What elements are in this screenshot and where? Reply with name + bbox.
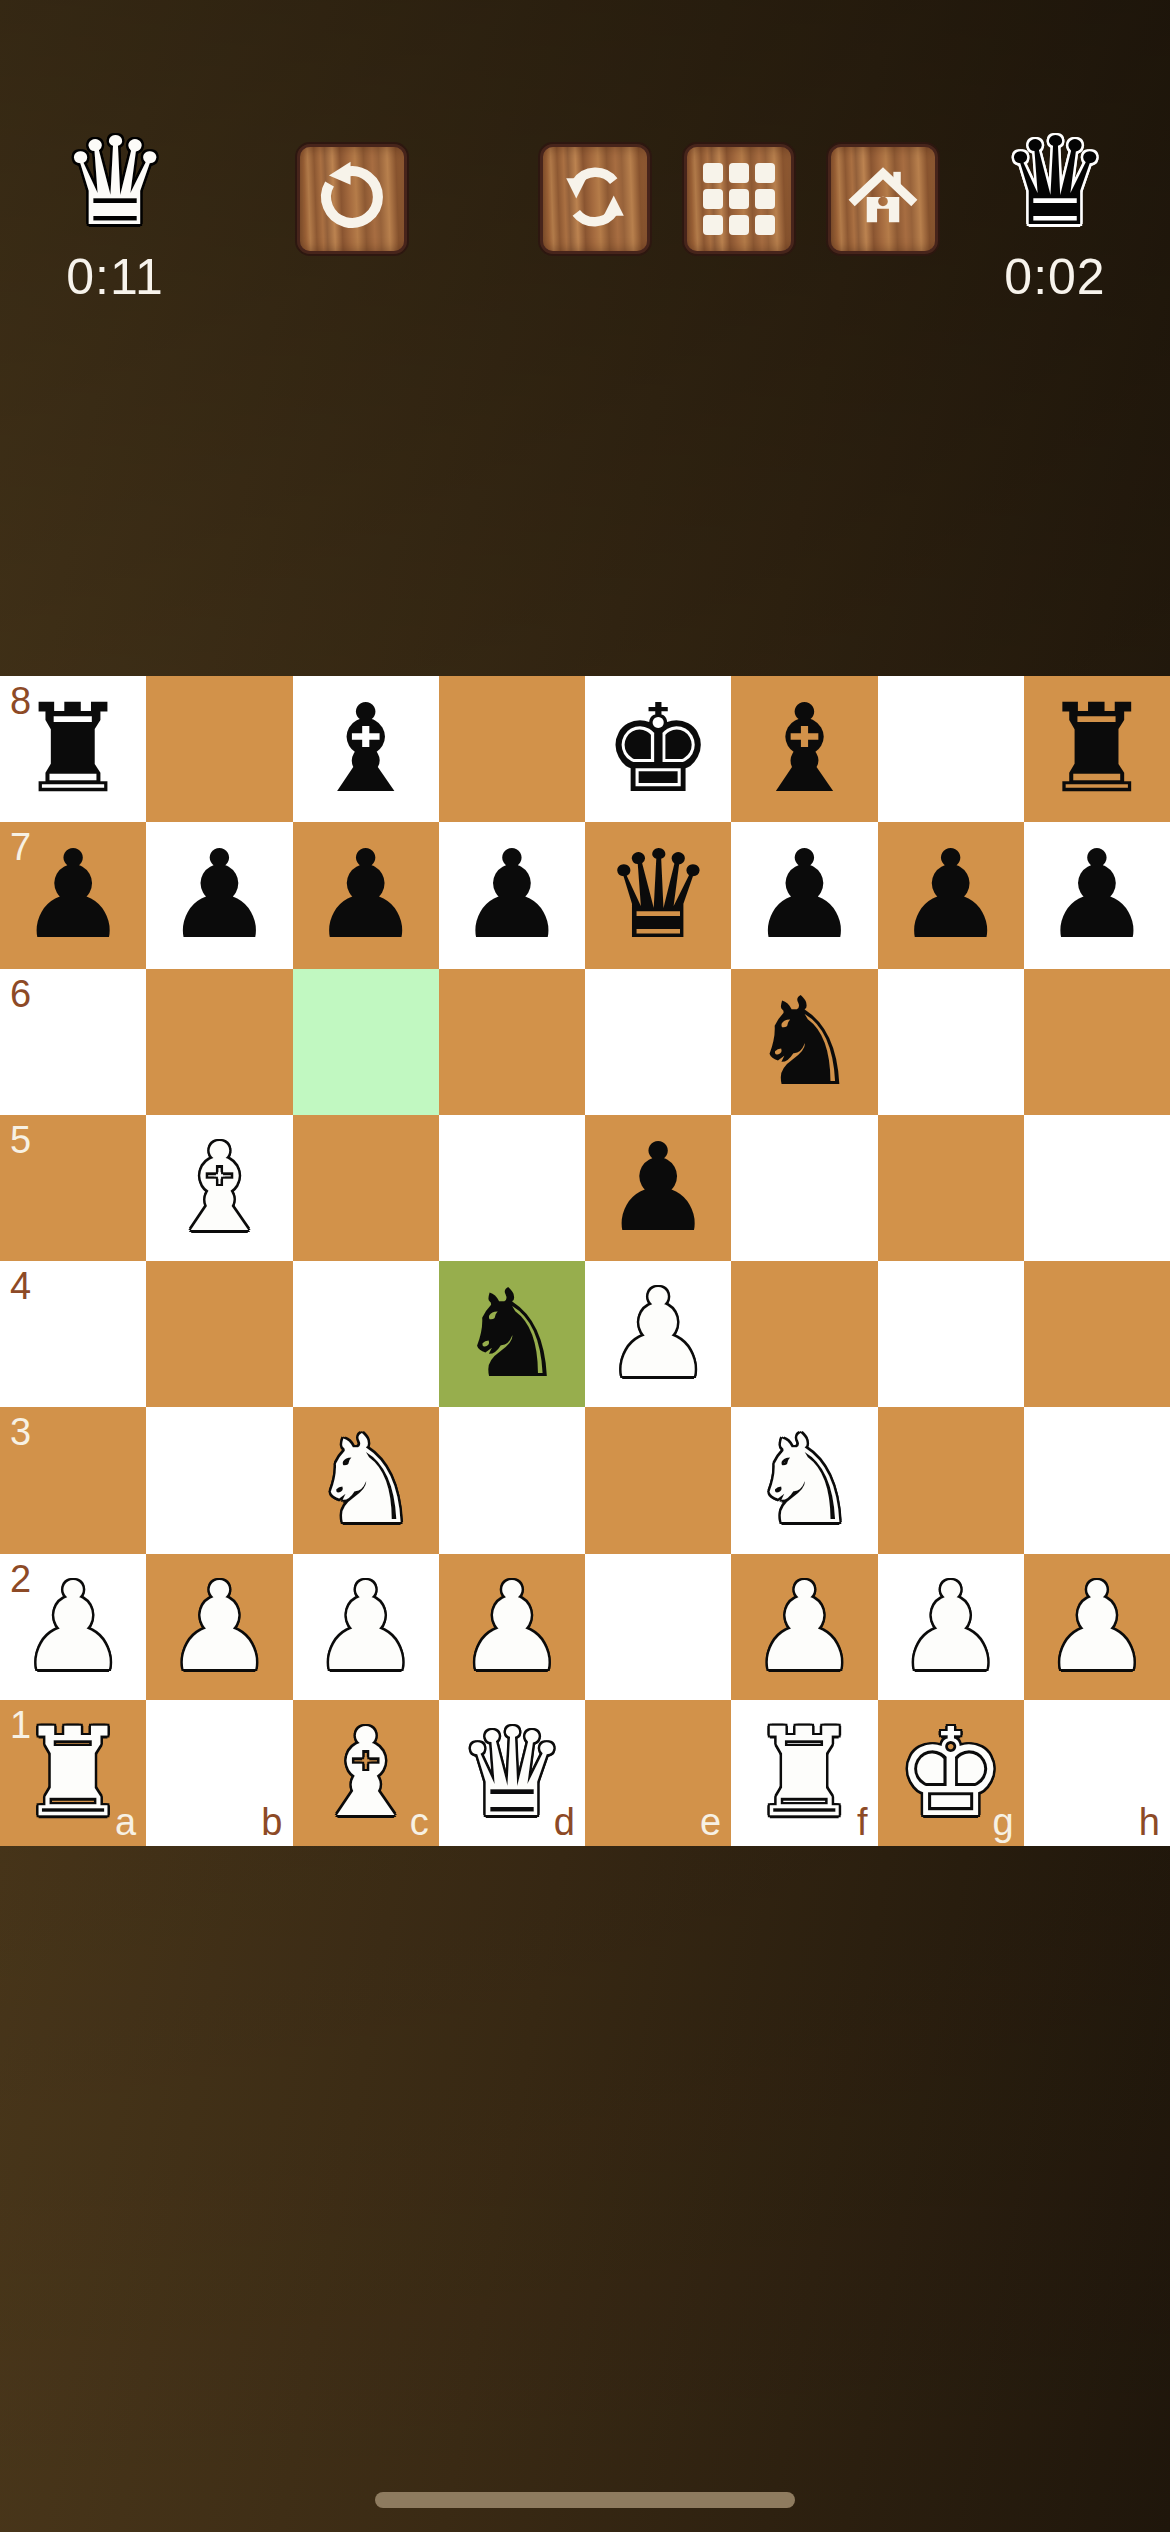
- square-b2[interactable]: ♟: [146, 1554, 292, 1700]
- rotate-ccw-icon: [316, 161, 388, 237]
- grid-button[interactable]: [684, 144, 794, 254]
- white-bishop: ♝: [311, 1712, 420, 1834]
- square-c7[interactable]: ♟: [293, 822, 439, 968]
- home-button[interactable]: [828, 144, 938, 254]
- rank-label-3: 3: [10, 1411, 31, 1454]
- square-c8[interactable]: ♝: [293, 676, 439, 822]
- white-pawn: ♟: [603, 1273, 712, 1395]
- white-clock: 0:11: [30, 248, 200, 306]
- rank-label-2: 2: [10, 1558, 31, 1601]
- rank-label-1: 1: [10, 1704, 31, 1747]
- refresh-icon: [559, 161, 631, 237]
- square-c3[interactable]: ♞: [293, 1407, 439, 1553]
- square-a7[interactable]: 7♟: [0, 822, 146, 968]
- file-label-c: c: [410, 1801, 429, 1844]
- square-a8[interactable]: 8♜: [0, 676, 146, 822]
- square-g7[interactable]: ♟: [878, 822, 1024, 968]
- square-c4[interactable]: [293, 1261, 439, 1407]
- file-label-a: a: [115, 1801, 136, 1844]
- square-h6[interactable]: [1024, 969, 1170, 1115]
- home-indicator[interactable]: [375, 2492, 795, 2508]
- white-pawn: ♟: [750, 1566, 859, 1688]
- file-label-e: e: [700, 1801, 721, 1844]
- square-h3[interactable]: [1024, 1407, 1170, 1553]
- restart-button[interactable]: [540, 144, 650, 254]
- square-h5[interactable]: [1024, 1115, 1170, 1261]
- square-a2[interactable]: 2♟: [0, 1554, 146, 1700]
- square-b5[interactable]: ♝: [146, 1115, 292, 1261]
- square-d3[interactable]: [439, 1407, 585, 1553]
- square-d2[interactable]: ♟: [439, 1554, 585, 1700]
- square-b6[interactable]: [146, 969, 292, 1115]
- square-d7[interactable]: ♟: [439, 822, 585, 968]
- white-player-panel: ♛ 0:11: [30, 118, 200, 306]
- square-d6[interactable]: [439, 969, 585, 1115]
- white-bishop: ♝: [165, 1127, 274, 1249]
- black-pawn: ♟: [603, 1127, 712, 1249]
- white-pawn: ♟: [457, 1566, 566, 1688]
- black-pawn: ♟: [750, 834, 859, 956]
- square-f7[interactable]: ♟: [731, 822, 877, 968]
- black-knight: ♞: [457, 1273, 566, 1395]
- square-a5[interactable]: 5: [0, 1115, 146, 1261]
- square-b7[interactable]: ♟: [146, 822, 292, 968]
- square-b3[interactable]: [146, 1407, 292, 1553]
- square-a6[interactable]: 6: [0, 969, 146, 1115]
- square-d4[interactable]: ♞: [439, 1261, 585, 1407]
- square-f6[interactable]: ♞: [731, 969, 877, 1115]
- black-queen-icon: ♛: [970, 118, 1140, 246]
- black-queen: ♛: [603, 834, 712, 956]
- file-label-g: g: [993, 1801, 1014, 1844]
- rank-label-5: 5: [10, 1119, 31, 1162]
- file-label-h: h: [1139, 1801, 1160, 1844]
- square-g4[interactable]: [878, 1261, 1024, 1407]
- square-b8[interactable]: [146, 676, 292, 822]
- square-g8[interactable]: [878, 676, 1024, 822]
- black-pawn: ♟: [1042, 834, 1151, 956]
- square-f5[interactable]: [731, 1115, 877, 1261]
- square-g6[interactable]: [878, 969, 1024, 1115]
- undo-button[interactable]: [297, 144, 407, 254]
- square-d5[interactable]: [439, 1115, 585, 1261]
- square-e4[interactable]: ♟: [585, 1261, 731, 1407]
- square-f1[interactable]: f♜: [731, 1700, 877, 1846]
- square-e5[interactable]: ♟: [585, 1115, 731, 1261]
- square-h4[interactable]: [1024, 1261, 1170, 1407]
- square-e2[interactable]: [585, 1554, 731, 1700]
- white-pawn: ♟: [165, 1566, 274, 1688]
- white-pawn: ♟: [896, 1566, 1005, 1688]
- square-f4[interactable]: [731, 1261, 877, 1407]
- square-f2[interactable]: ♟: [731, 1554, 877, 1700]
- square-d8[interactable]: [439, 676, 585, 822]
- white-pawn: ♟: [311, 1566, 420, 1688]
- white-pawn: ♟: [18, 1566, 127, 1688]
- square-b4[interactable]: [146, 1261, 292, 1407]
- file-label-d: d: [554, 1801, 575, 1844]
- white-queen-icon: ♛: [30, 118, 200, 246]
- rank-label-6: 6: [10, 973, 31, 1016]
- white-knight: ♞: [750, 1419, 859, 1541]
- black-player-panel: ♛ 0:02: [970, 118, 1140, 306]
- black-pawn: ♟: [165, 834, 274, 956]
- black-pawn: ♟: [311, 834, 420, 956]
- square-c2[interactable]: ♟: [293, 1554, 439, 1700]
- square-h1[interactable]: h: [1024, 1700, 1170, 1846]
- black-rook: ♜: [18, 688, 127, 810]
- rank-label-8: 8: [10, 680, 31, 723]
- square-g3[interactable]: [878, 1407, 1024, 1553]
- square-a4[interactable]: 4: [0, 1261, 146, 1407]
- black-clock: 0:02: [970, 248, 1140, 306]
- white-queen: ♛: [457, 1712, 566, 1834]
- white-rook: ♜: [750, 1712, 859, 1834]
- square-a3[interactable]: 3: [0, 1407, 146, 1553]
- square-h2[interactable]: ♟: [1024, 1554, 1170, 1700]
- square-h7[interactable]: ♟: [1024, 822, 1170, 968]
- black-pawn: ♟: [896, 834, 1005, 956]
- square-g5[interactable]: [878, 1115, 1024, 1261]
- square-e8[interactable]: ♚: [585, 676, 731, 822]
- black-knight: ♞: [750, 981, 859, 1103]
- black-pawn: ♟: [457, 834, 566, 956]
- square-d1[interactable]: d♛: [439, 1700, 585, 1846]
- square-e1[interactable]: e: [585, 1700, 731, 1846]
- square-a1[interactable]: 1a♜: [0, 1700, 146, 1846]
- rank-label-4: 4: [10, 1265, 31, 1308]
- white-rook: ♜: [18, 1712, 127, 1834]
- white-king: ♚: [896, 1712, 1005, 1834]
- square-e3[interactable]: [585, 1407, 731, 1553]
- black-rook: ♜: [1042, 688, 1151, 810]
- square-e7[interactable]: ♛: [585, 822, 731, 968]
- home-icon: [846, 160, 920, 238]
- square-c5[interactable]: [293, 1115, 439, 1261]
- square-c1[interactable]: c♝: [293, 1700, 439, 1846]
- square-f8[interactable]: ♝: [731, 676, 877, 822]
- black-king: ♚: [603, 688, 712, 810]
- square-h8[interactable]: ♜: [1024, 676, 1170, 822]
- file-label-f: f: [857, 1801, 868, 1844]
- square-f3[interactable]: ♞: [731, 1407, 877, 1553]
- black-bishop: ♝: [311, 688, 420, 810]
- white-pawn: ♟: [1042, 1566, 1151, 1688]
- screen: ♛ 0:11: [0, 0, 1170, 2532]
- chess-board: 8♜♝♚♝♜7♟♟♟♟♛♟♟♟6♞5♝♟4♞♟3♞♞2♟♟♟♟♟♟♟1a♜bc♝…: [0, 676, 1170, 1846]
- square-e6[interactable]: [585, 969, 731, 1115]
- black-pawn: ♟: [18, 834, 127, 956]
- square-b1[interactable]: b: [146, 1700, 292, 1846]
- rank-label-7: 7: [10, 826, 31, 869]
- file-label-b: b: [261, 1801, 282, 1844]
- grid-icon: [703, 163, 775, 235]
- white-knight: ♞: [311, 1419, 420, 1541]
- square-c6[interactable]: [293, 969, 439, 1115]
- black-bishop: ♝: [750, 688, 859, 810]
- square-g2[interactable]: ♟: [878, 1554, 1024, 1700]
- square-g1[interactable]: g♚: [878, 1700, 1024, 1846]
